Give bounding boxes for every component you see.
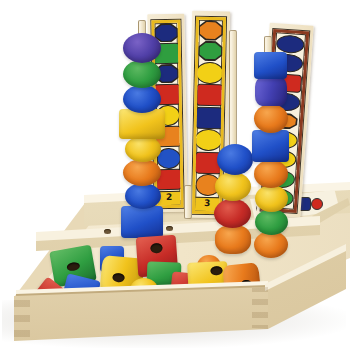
bead-hole <box>112 273 125 283</box>
bead-hole <box>210 266 222 275</box>
bead-hole <box>66 261 80 272</box>
bead-hole <box>150 243 163 253</box>
bead-sequencing-set-photo: 23 <box>0 0 350 350</box>
